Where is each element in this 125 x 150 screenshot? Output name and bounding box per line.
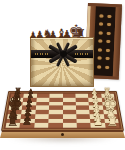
case-piece-row xyxy=(95,56,113,60)
stored-chess-piece xyxy=(106,40,110,43)
case-piece-row xyxy=(94,65,112,69)
stored-chess-piece xyxy=(98,56,102,59)
board-square xyxy=(105,123,120,128)
board-latch-dot xyxy=(61,133,64,136)
case-piece-row xyxy=(96,14,114,18)
case-piece-row xyxy=(95,39,113,43)
ribbon-gold-lettering-right xyxy=(75,53,89,55)
board-square xyxy=(48,123,62,128)
stored-chess-piece xyxy=(99,23,103,26)
chess-set-product-photo: ♟♟♞♟♝♟♚♜ ♜♟♟♜♞♟♟♞♝♟♟♝♛♟♟♛♚♟♟♚♝♟♟♝♞♟♟♞♜♟♟… xyxy=(0,0,125,150)
gift-box xyxy=(30,37,94,87)
board-squares xyxy=(6,94,120,128)
case-piece-row xyxy=(96,31,114,35)
bow-knot xyxy=(60,51,67,57)
stored-chess-piece xyxy=(107,14,111,17)
stored-chess-piece xyxy=(107,23,111,26)
stored-chess-piece xyxy=(98,65,102,68)
stored-chess-piece xyxy=(99,40,103,43)
stored-chess-piece xyxy=(98,48,102,51)
case-piece-row xyxy=(96,22,114,26)
board-square xyxy=(34,123,48,128)
stored-chess-piece xyxy=(106,31,110,34)
stored-chess-piece xyxy=(100,14,104,17)
board-square xyxy=(77,123,91,128)
board-square xyxy=(91,123,106,128)
board-square xyxy=(6,123,21,128)
case-piece-row xyxy=(95,48,113,52)
chess-board xyxy=(1,91,124,131)
stored-chess-piece xyxy=(99,31,103,34)
stored-chess-piece xyxy=(105,57,109,60)
board-square xyxy=(63,123,77,128)
stored-chess-piece xyxy=(106,48,110,51)
ribbon-gold-lettering-left xyxy=(35,53,49,55)
board-square xyxy=(20,123,35,128)
stored-chess-piece xyxy=(105,65,109,68)
